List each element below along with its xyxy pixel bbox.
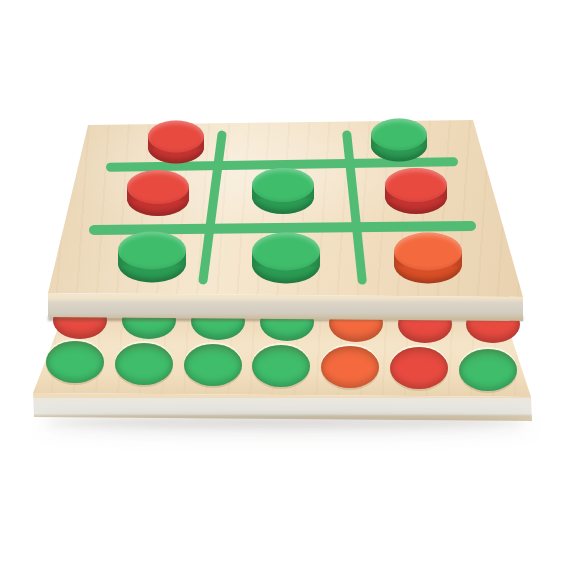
piece-top-face <box>371 119 427 151</box>
board-cell-r0c0[interactable] <box>70 112 210 171</box>
piece-top-face <box>118 231 186 269</box>
piece-top-face <box>148 121 204 153</box>
piece-top-face <box>252 168 314 202</box>
board-cell-r0c1[interactable] <box>210 112 350 171</box>
game-piece-red[interactable] <box>127 170 189 216</box>
board-cell-r2c0[interactable] <box>70 229 210 288</box>
game-piece-red[interactable] <box>385 168 447 214</box>
game-piece-red[interactable] <box>148 121 204 164</box>
piece-top-face <box>252 232 320 270</box>
game-piece-green[interactable] <box>252 232 320 283</box>
ttt-grid <box>70 112 490 288</box>
piece-top-face <box>127 170 189 204</box>
game-piece-green[interactable] <box>252 168 314 214</box>
board-cell-r2c2[interactable] <box>350 229 490 288</box>
board-cell-r1c0[interactable] <box>70 171 210 230</box>
piece-top-face <box>385 168 447 202</box>
board-cell-r2c1[interactable] <box>210 229 350 288</box>
game-board <box>0 0 561 561</box>
game-piece-green[interactable] <box>371 119 427 162</box>
product-photo <box>0 0 561 561</box>
game-piece-green[interactable] <box>118 231 186 282</box>
game-piece-orange[interactable] <box>394 232 462 283</box>
board-cell-r0c2[interactable] <box>350 112 490 171</box>
board-cell-r1c2[interactable] <box>350 171 490 230</box>
board-front-edge <box>48 293 523 321</box>
piece-top-face <box>394 232 462 270</box>
board-cell-r1c1[interactable] <box>210 171 350 230</box>
